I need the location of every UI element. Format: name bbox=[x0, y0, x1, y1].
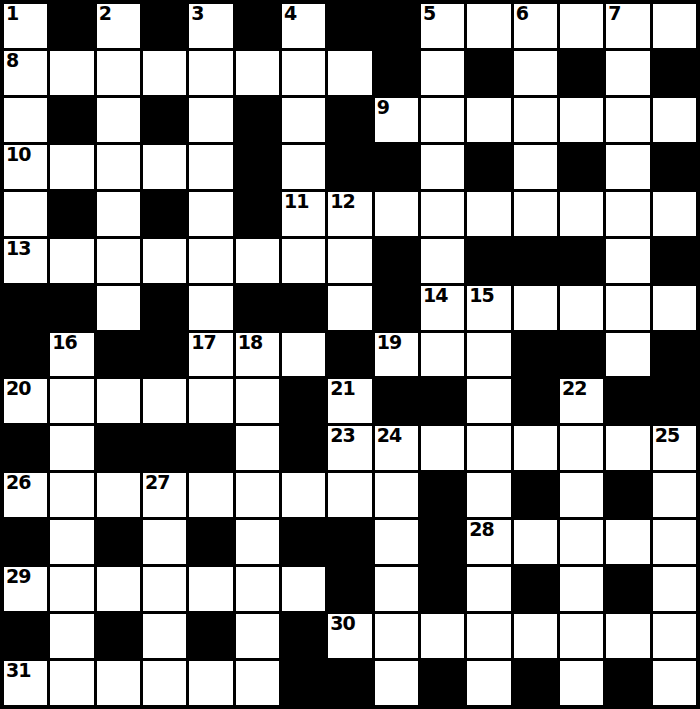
block-cell-r5c6 bbox=[236, 192, 279, 236]
block-cell-r13c10 bbox=[421, 567, 464, 611]
block-cell-r9c10 bbox=[421, 379, 464, 423]
letter-cell-r9c11[interactable] bbox=[467, 379, 510, 423]
letter-cell-r15c4[interactable] bbox=[143, 661, 186, 705]
block-cell-r9c12 bbox=[514, 379, 557, 423]
clue-number-17: 17 bbox=[191, 333, 215, 353]
letter-cell-r9c13[interactable]: 22 bbox=[560, 379, 603, 423]
letter-cell-r14c2[interactable] bbox=[50, 614, 93, 658]
letter-cell-r12c13[interactable] bbox=[560, 520, 603, 564]
letter-cell-r11c9[interactable] bbox=[375, 473, 418, 517]
letter-cell-r3c13[interactable] bbox=[560, 98, 603, 142]
letter-cell-r14c13[interactable] bbox=[560, 614, 603, 658]
block-cell-r7c9 bbox=[375, 286, 418, 330]
block-cell-r5c4 bbox=[143, 192, 186, 236]
letter-cell-r6c5[interactable] bbox=[189, 239, 232, 283]
letter-cell-r11c1[interactable]: 26 bbox=[4, 473, 47, 517]
block-cell-r1c8 bbox=[328, 4, 371, 48]
letter-cell-r7c13[interactable] bbox=[560, 286, 603, 330]
clue-number-16: 16 bbox=[52, 333, 76, 353]
block-cell-r6c9 bbox=[375, 239, 418, 283]
letter-cell-r12c2[interactable] bbox=[50, 520, 93, 564]
letter-cell-r7c10[interactable]: 14 bbox=[421, 286, 464, 330]
letter-cell-r7c8[interactable] bbox=[328, 286, 371, 330]
block-cell-r15c12 bbox=[514, 661, 557, 705]
letter-cell-r4c3[interactable] bbox=[97, 145, 140, 189]
letter-cell-r1c14[interactable]: 7 bbox=[606, 4, 649, 48]
letter-cell-r10c14[interactable] bbox=[606, 426, 649, 470]
letter-cell-r13c1[interactable]: 29 bbox=[4, 567, 47, 611]
letter-cell-r9c1[interactable]: 20 bbox=[4, 379, 47, 423]
letter-cell-r3c5[interactable] bbox=[189, 98, 232, 142]
block-cell-r8c15 bbox=[653, 333, 696, 377]
letter-cell-r2c10[interactable] bbox=[421, 51, 464, 95]
letter-cell-r7c14[interactable] bbox=[606, 286, 649, 330]
block-cell-r1c9 bbox=[375, 4, 418, 48]
letter-cell-r6c10[interactable] bbox=[421, 239, 464, 283]
letter-cell-r14c10[interactable] bbox=[421, 614, 464, 658]
block-cell-r4c15 bbox=[653, 145, 696, 189]
letter-cell-r5c11[interactable] bbox=[467, 192, 510, 236]
letter-cell-r15c6[interactable] bbox=[236, 661, 279, 705]
clue-number-28: 28 bbox=[469, 520, 493, 540]
letter-cell-r11c4[interactable]: 27 bbox=[143, 473, 186, 517]
letter-cell-r1c11[interactable] bbox=[467, 4, 510, 48]
block-cell-r9c14 bbox=[606, 379, 649, 423]
clue-number-7: 7 bbox=[608, 4, 620, 24]
block-cell-r5c2 bbox=[50, 192, 93, 236]
clue-number-6: 6 bbox=[516, 4, 528, 24]
letter-cell-r5c1[interactable] bbox=[4, 192, 47, 236]
letter-cell-r5c15[interactable] bbox=[653, 192, 696, 236]
letter-cell-r13c4[interactable] bbox=[143, 567, 186, 611]
letter-cell-r11c7[interactable] bbox=[282, 473, 325, 517]
letter-cell-r15c2[interactable] bbox=[50, 661, 93, 705]
letter-cell-r12c4[interactable] bbox=[143, 520, 186, 564]
clue-number-19: 19 bbox=[377, 333, 401, 353]
block-cell-r2c15 bbox=[653, 51, 696, 95]
letter-cell-r8c9[interactable]: 19 bbox=[375, 333, 418, 377]
block-cell-r9c7 bbox=[282, 379, 325, 423]
block-cell-r14c3 bbox=[97, 614, 140, 658]
block-cell-r9c9 bbox=[375, 379, 418, 423]
letter-cell-r7c15[interactable] bbox=[653, 286, 696, 330]
block-cell-r11c12 bbox=[514, 473, 557, 517]
letter-cell-r2c1[interactable]: 8 bbox=[4, 51, 47, 95]
letter-cell-r13c13[interactable] bbox=[560, 567, 603, 611]
letter-cell-r9c4[interactable] bbox=[143, 379, 186, 423]
block-cell-r15c8 bbox=[328, 661, 371, 705]
letter-cell-r6c4[interactable] bbox=[143, 239, 186, 283]
letter-cell-r11c5[interactable] bbox=[189, 473, 232, 517]
letter-cell-r8c10[interactable] bbox=[421, 333, 464, 377]
block-cell-r12c10 bbox=[421, 520, 464, 564]
letter-cell-r2c3[interactable] bbox=[97, 51, 140, 95]
clue-number-20: 20 bbox=[6, 379, 30, 399]
letter-cell-r5c9[interactable] bbox=[375, 192, 418, 236]
letter-cell-r13c3[interactable] bbox=[97, 567, 140, 611]
letter-cell-r2c2[interactable] bbox=[50, 51, 93, 95]
clue-number-8: 8 bbox=[6, 51, 18, 71]
block-cell-r11c14 bbox=[606, 473, 649, 517]
block-cell-r11c10 bbox=[421, 473, 464, 517]
letter-cell-r11c6[interactable] bbox=[236, 473, 279, 517]
letter-cell-r14c12[interactable] bbox=[514, 614, 557, 658]
letter-cell-r8c11[interactable] bbox=[467, 333, 510, 377]
block-cell-r7c6 bbox=[236, 286, 279, 330]
letter-cell-r3c1[interactable] bbox=[4, 98, 47, 142]
block-cell-r6c13 bbox=[560, 239, 603, 283]
letter-cell-r11c15[interactable] bbox=[653, 473, 696, 517]
letter-cell-r4c12[interactable] bbox=[514, 145, 557, 189]
letter-cell-r3c11[interactable] bbox=[467, 98, 510, 142]
letter-cell-r1c5[interactable]: 3 bbox=[189, 4, 232, 48]
clue-number-24: 24 bbox=[377, 426, 401, 446]
block-cell-r2c13 bbox=[560, 51, 603, 95]
letter-cell-r12c15[interactable] bbox=[653, 520, 696, 564]
block-cell-r12c5 bbox=[189, 520, 232, 564]
letter-cell-r5c13[interactable] bbox=[560, 192, 603, 236]
letter-cell-r9c5[interactable] bbox=[189, 379, 232, 423]
block-cell-r4c9 bbox=[375, 145, 418, 189]
crossword-page: 1234567891011121314151617181920212223242… bbox=[0, 0, 700, 709]
letter-cell-r9c8[interactable]: 21 bbox=[328, 379, 371, 423]
block-cell-r12c3 bbox=[97, 520, 140, 564]
letter-cell-r10c2[interactable] bbox=[50, 426, 93, 470]
block-cell-r8c3 bbox=[97, 333, 140, 377]
letter-cell-r6c8[interactable] bbox=[328, 239, 371, 283]
letter-cell-r10c13[interactable] bbox=[560, 426, 603, 470]
letter-cell-r14c4[interactable] bbox=[143, 614, 186, 658]
letter-cell-r14c15[interactable] bbox=[653, 614, 696, 658]
letter-cell-r9c2[interactable] bbox=[50, 379, 93, 423]
block-cell-r10c4 bbox=[143, 426, 186, 470]
block-cell-r12c7 bbox=[282, 520, 325, 564]
clue-number-29: 29 bbox=[6, 567, 30, 587]
block-cell-r3c4 bbox=[143, 98, 186, 142]
letter-cell-r2c4[interactable] bbox=[143, 51, 186, 95]
letter-cell-r15c3[interactable] bbox=[97, 661, 140, 705]
letter-cell-r3c9[interactable]: 9 bbox=[375, 98, 418, 142]
letter-cell-r10c9[interactable]: 24 bbox=[375, 426, 418, 470]
clue-number-4: 4 bbox=[284, 4, 296, 24]
clue-number-18: 18 bbox=[238, 333, 262, 353]
letter-cell-r13c6[interactable] bbox=[236, 567, 279, 611]
block-cell-r1c2 bbox=[50, 4, 93, 48]
letter-cell-r2c7[interactable] bbox=[282, 51, 325, 95]
block-cell-r4c6 bbox=[236, 145, 279, 189]
clue-number-13: 13 bbox=[6, 239, 30, 259]
letter-cell-r3c12[interactable] bbox=[514, 98, 557, 142]
letter-cell-r5c7[interactable]: 11 bbox=[282, 192, 325, 236]
letter-cell-r7c11[interactable]: 15 bbox=[467, 286, 510, 330]
letter-cell-r5c3[interactable] bbox=[97, 192, 140, 236]
letter-cell-r2c12[interactable] bbox=[514, 51, 557, 95]
letter-cell-r10c6[interactable] bbox=[236, 426, 279, 470]
letter-cell-r1c13[interactable] bbox=[560, 4, 603, 48]
letter-cell-r4c14[interactable] bbox=[606, 145, 649, 189]
block-cell-r2c9 bbox=[375, 51, 418, 95]
letter-cell-r15c9[interactable] bbox=[375, 661, 418, 705]
letter-cell-r15c15[interactable] bbox=[653, 661, 696, 705]
letter-cell-r8c14[interactable] bbox=[606, 333, 649, 377]
letter-cell-r4c2[interactable] bbox=[50, 145, 93, 189]
clue-number-31: 31 bbox=[6, 661, 30, 681]
letter-cell-r14c8[interactable]: 30 bbox=[328, 614, 371, 658]
letter-cell-r4c5[interactable] bbox=[189, 145, 232, 189]
letter-cell-r7c12[interactable] bbox=[514, 286, 557, 330]
block-cell-r15c10 bbox=[421, 661, 464, 705]
letter-cell-r12c14[interactable] bbox=[606, 520, 649, 564]
block-cell-r12c8 bbox=[328, 520, 371, 564]
clue-number-11: 11 bbox=[284, 192, 308, 212]
block-cell-r13c14 bbox=[606, 567, 649, 611]
letter-cell-r3c14[interactable] bbox=[606, 98, 649, 142]
block-cell-r3c6 bbox=[236, 98, 279, 142]
block-cell-r14c7 bbox=[282, 614, 325, 658]
letter-cell-r1c3[interactable]: 2 bbox=[97, 4, 140, 48]
letter-cell-r6c7[interactable] bbox=[282, 239, 325, 283]
clue-number-26: 26 bbox=[6, 473, 30, 493]
letter-cell-r8c7[interactable] bbox=[282, 333, 325, 377]
clue-number-25: 25 bbox=[655, 426, 679, 446]
block-cell-r4c13 bbox=[560, 145, 603, 189]
clue-number-3: 3 bbox=[191, 4, 203, 24]
clue-number-27: 27 bbox=[145, 473, 169, 493]
clue-number-22: 22 bbox=[562, 379, 586, 399]
letter-cell-r5c14[interactable] bbox=[606, 192, 649, 236]
block-cell-r8c13 bbox=[560, 333, 603, 377]
letter-cell-r12c11[interactable]: 28 bbox=[467, 520, 510, 564]
block-cell-r6c12 bbox=[514, 239, 557, 283]
letter-cell-r9c3[interactable] bbox=[97, 379, 140, 423]
letter-cell-r10c11[interactable] bbox=[467, 426, 510, 470]
letter-cell-r6c2[interactable] bbox=[50, 239, 93, 283]
clue-number-23: 23 bbox=[330, 426, 354, 446]
block-cell-r7c1 bbox=[4, 286, 47, 330]
block-cell-r10c3 bbox=[97, 426, 140, 470]
clue-number-1: 1 bbox=[6, 4, 18, 24]
block-cell-r14c1 bbox=[4, 614, 47, 658]
letter-cell-r10c8[interactable]: 23 bbox=[328, 426, 371, 470]
block-cell-r10c1 bbox=[4, 426, 47, 470]
letter-cell-r11c11[interactable] bbox=[467, 473, 510, 517]
block-cell-r8c1 bbox=[4, 333, 47, 377]
letter-cell-r13c15[interactable] bbox=[653, 567, 696, 611]
block-cell-r3c2 bbox=[50, 98, 93, 142]
clue-number-2: 2 bbox=[99, 4, 111, 24]
letter-cell-r13c11[interactable] bbox=[467, 567, 510, 611]
letter-cell-r12c12[interactable] bbox=[514, 520, 557, 564]
letter-cell-r10c10[interactable] bbox=[421, 426, 464, 470]
block-cell-r7c4 bbox=[143, 286, 186, 330]
letter-cell-r11c8[interactable] bbox=[328, 473, 371, 517]
letter-cell-r2c6[interactable] bbox=[236, 51, 279, 95]
letter-cell-r8c6[interactable]: 18 bbox=[236, 333, 279, 377]
block-cell-r15c7 bbox=[282, 661, 325, 705]
letter-cell-r14c9[interactable] bbox=[375, 614, 418, 658]
letter-cell-r13c7[interactable] bbox=[282, 567, 325, 611]
letter-cell-r13c5[interactable] bbox=[189, 567, 232, 611]
block-cell-r13c8 bbox=[328, 567, 371, 611]
letter-cell-r6c6[interactable] bbox=[236, 239, 279, 283]
letter-cell-r14c11[interactable] bbox=[467, 614, 510, 658]
letter-cell-r8c2[interactable]: 16 bbox=[50, 333, 93, 377]
block-cell-r10c7 bbox=[282, 426, 325, 470]
block-cell-r8c12 bbox=[514, 333, 557, 377]
block-cell-r1c6 bbox=[236, 4, 279, 48]
letter-cell-r15c11[interactable] bbox=[467, 661, 510, 705]
letter-cell-r6c3[interactable] bbox=[97, 239, 140, 283]
letter-cell-r2c5[interactable] bbox=[189, 51, 232, 95]
letter-cell-r15c1[interactable]: 31 bbox=[4, 661, 47, 705]
letter-cell-r1c15[interactable] bbox=[653, 4, 696, 48]
letter-cell-r5c12[interactable] bbox=[514, 192, 557, 236]
letter-cell-r4c7[interactable] bbox=[282, 145, 325, 189]
letter-cell-r3c7[interactable] bbox=[282, 98, 325, 142]
clue-number-15: 15 bbox=[469, 286, 493, 306]
letter-cell-r10c15[interactable]: 25 bbox=[653, 426, 696, 470]
letter-cell-r7c3[interactable] bbox=[97, 286, 140, 330]
block-cell-r8c4 bbox=[143, 333, 186, 377]
letter-cell-r11c2[interactable] bbox=[50, 473, 93, 517]
letter-cell-r12c6[interactable] bbox=[236, 520, 279, 564]
block-cell-r1c4 bbox=[143, 4, 186, 48]
letter-cell-r14c14[interactable] bbox=[606, 614, 649, 658]
letter-cell-r5c10[interactable] bbox=[421, 192, 464, 236]
clue-number-5: 5 bbox=[423, 4, 435, 24]
block-cell-r6c15 bbox=[653, 239, 696, 283]
letter-cell-r3c10[interactable] bbox=[421, 98, 464, 142]
letter-cell-r11c13[interactable] bbox=[560, 473, 603, 517]
clue-number-10: 10 bbox=[6, 145, 30, 165]
block-cell-r4c8 bbox=[328, 145, 371, 189]
letter-cell-r11c3[interactable] bbox=[97, 473, 140, 517]
letter-cell-r6c1[interactable]: 13 bbox=[4, 239, 47, 283]
letter-cell-r7c5[interactable] bbox=[189, 286, 232, 330]
letter-cell-r13c9[interactable] bbox=[375, 567, 418, 611]
letter-cell-r1c12[interactable]: 6 bbox=[514, 4, 557, 48]
letter-cell-r4c1[interactable]: 10 bbox=[4, 145, 47, 189]
block-cell-r8c8 bbox=[328, 333, 371, 377]
clue-number-21: 21 bbox=[330, 379, 354, 399]
letter-cell-r4c4[interactable] bbox=[143, 145, 186, 189]
letter-cell-r6c14[interactable] bbox=[606, 239, 649, 283]
letter-cell-r15c5[interactable] bbox=[189, 661, 232, 705]
letter-cell-r15c13[interactable] bbox=[560, 661, 603, 705]
clue-number-30: 30 bbox=[330, 614, 354, 634]
block-cell-r3c8 bbox=[328, 98, 371, 142]
block-cell-r2c11 bbox=[467, 51, 510, 95]
crossword-board: 1234567891011121314151617181920212223242… bbox=[0, 0, 700, 709]
letter-cell-r1c10[interactable]: 5 bbox=[421, 4, 464, 48]
clue-number-14: 14 bbox=[423, 286, 447, 306]
block-cell-r12c1 bbox=[4, 520, 47, 564]
block-cell-r9c15 bbox=[653, 379, 696, 423]
letter-cell-r1c1[interactable]: 1 bbox=[4, 4, 47, 48]
letter-cell-r12c9[interactable] bbox=[375, 520, 418, 564]
letter-cell-r3c15[interactable] bbox=[653, 98, 696, 142]
block-cell-r10c5 bbox=[189, 426, 232, 470]
block-cell-r6c11 bbox=[467, 239, 510, 283]
block-cell-r4c11 bbox=[467, 145, 510, 189]
letter-cell-r10c12[interactable] bbox=[514, 426, 557, 470]
letter-cell-r13c2[interactable] bbox=[50, 567, 93, 611]
letter-cell-r2c14[interactable] bbox=[606, 51, 649, 95]
block-cell-r14c5 bbox=[189, 614, 232, 658]
letter-cell-r9c6[interactable] bbox=[236, 379, 279, 423]
letter-cell-r8c5[interactable]: 17 bbox=[189, 333, 232, 377]
letter-cell-r5c5[interactable] bbox=[189, 192, 232, 236]
letter-cell-r1c7[interactable]: 4 bbox=[282, 4, 325, 48]
letter-cell-r3c3[interactable] bbox=[97, 98, 140, 142]
block-cell-r7c2 bbox=[50, 286, 93, 330]
block-cell-r13c12 bbox=[514, 567, 557, 611]
clue-number-12: 12 bbox=[330, 192, 354, 212]
letter-cell-r14c6[interactable] bbox=[236, 614, 279, 658]
clue-number-9: 9 bbox=[377, 98, 389, 118]
block-cell-r15c14 bbox=[606, 661, 649, 705]
letter-cell-r5c8[interactable]: 12 bbox=[328, 192, 371, 236]
block-cell-r7c7 bbox=[282, 286, 325, 330]
letter-cell-r4c10[interactable] bbox=[421, 145, 464, 189]
letter-cell-r2c8[interactable] bbox=[328, 51, 371, 95]
